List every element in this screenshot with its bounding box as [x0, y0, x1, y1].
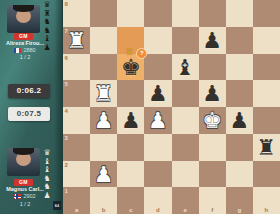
square-a2[interactable]: 2 — [63, 161, 90, 188]
square-d4[interactable]: ♟ — [144, 107, 171, 134]
square-h2[interactable] — [253, 161, 280, 188]
square-h4[interactable] — [253, 107, 280, 134]
square-f8[interactable] — [199, 0, 226, 27]
square-a7[interactable]: 7♜ — [63, 27, 90, 54]
chess-board[interactable]: 87♜♟6♚♕?♝5♜♟♟4♟♟♟♚♟3♜2♟1abcdefgh — [62, 0, 280, 214]
player-top-avatar — [7, 5, 40, 33]
file-label-h: h — [253, 207, 280, 214]
square-a6[interactable]: 6 — [63, 54, 90, 81]
file-label-e: e — [172, 207, 199, 214]
square-f3[interactable] — [199, 134, 226, 161]
player-top-score: 1 / 2 — [0, 54, 50, 60]
square-e8[interactable] — [172, 0, 199, 27]
file-label-d: d — [144, 207, 171, 214]
sidebar: GM Alireza Firou... 2880 1 / 2 ♛♜♞♞♝♟ 0:… — [0, 0, 62, 214]
chess24-64-logo: 64 — [53, 201, 61, 210]
square-d7[interactable] — [144, 27, 171, 54]
rank-label-8: 8 — [65, 1, 68, 7]
square-a8[interactable]: 8 — [63, 0, 90, 27]
file-label-c: c — [117, 207, 144, 214]
captured-pieces-tray-bottom: ♛♝♝♞♞♟ — [41, 149, 53, 201]
square-e1[interactable]: e — [172, 187, 199, 214]
black-pawn[interactable]: ♟ — [144, 80, 171, 107]
square-h3[interactable]: ♜ — [253, 134, 280, 161]
white-pawn[interactable]: ♟ — [144, 107, 171, 134]
player-bottom-rating: 2902 — [23, 193, 35, 199]
captured-piece-icon: ♟ — [43, 44, 50, 53]
white-king[interactable]: ♚ — [199, 107, 226, 134]
square-d2[interactable] — [144, 161, 171, 188]
square-f5[interactable]: ♟ — [199, 80, 226, 107]
black-rook[interactable]: ♜ — [253, 134, 280, 161]
square-c1[interactable]: c — [117, 187, 144, 214]
square-d3[interactable] — [144, 134, 171, 161]
square-e3[interactable] — [172, 134, 199, 161]
square-b7[interactable] — [90, 27, 117, 54]
captured-pieces-tray-top: ♛♜♞♞♝♟ — [41, 1, 53, 53]
file-label-a: a — [63, 207, 90, 214]
square-h1[interactable]: h — [253, 187, 280, 214]
square-b6[interactable] — [90, 54, 117, 81]
rank-label-7: 7 — [65, 28, 68, 34]
square-a4[interactable]: 4 — [63, 107, 90, 134]
square-e2[interactable] — [172, 161, 199, 188]
rank-label-6: 6 — [65, 55, 68, 61]
crown-icon: ♕ — [125, 46, 134, 57]
square-d6[interactable] — [144, 54, 171, 81]
white-pawn[interactable]: ♟ — [90, 107, 117, 134]
player-bottom-avatar — [7, 148, 40, 176]
square-c8[interactable] — [117, 0, 144, 27]
square-b3[interactable] — [90, 134, 117, 161]
square-f1[interactable]: f — [199, 187, 226, 214]
square-d5[interactable]: ♟ — [144, 80, 171, 107]
file-label-f: f — [199, 207, 226, 214]
square-b2[interactable]: ♟ — [90, 161, 117, 188]
square-g8[interactable] — [226, 0, 253, 27]
norway-flag-icon — [14, 194, 21, 199]
player-top-title-badge: GM — [14, 33, 33, 40]
white-rook[interactable]: ♜ — [90, 80, 117, 107]
clock-top-player: 0:06.2 — [8, 84, 50, 98]
rank-label-1: 1 — [65, 188, 68, 194]
square-d1[interactable]: d — [144, 187, 171, 214]
square-a5[interactable]: 5 — [63, 80, 90, 107]
square-e6[interactable]: ♝ — [172, 54, 199, 81]
rank-label-5: 5 — [65, 81, 68, 87]
clock-bottom-player: 0:07.5 — [8, 107, 50, 121]
square-f4[interactable]: ♚ — [199, 107, 226, 134]
square-b5[interactable]: ♜ — [90, 80, 117, 107]
square-a3[interactable]: 3 — [63, 134, 90, 161]
square-a1[interactable]: 1a — [63, 187, 90, 214]
square-g4[interactable]: ♟ — [226, 107, 253, 134]
square-h5[interactable] — [253, 80, 280, 107]
square-h8[interactable] — [253, 0, 280, 27]
square-c6[interactable]: ♚♕? — [117, 54, 144, 81]
square-e4[interactable] — [172, 107, 199, 134]
square-g2[interactable] — [226, 161, 253, 188]
black-bishop[interactable]: ♝ — [172, 54, 199, 81]
square-f2[interactable] — [199, 161, 226, 188]
square-b8[interactable] — [90, 0, 117, 27]
black-pawn[interactable]: ♟ — [117, 107, 144, 134]
rank-label-3: 3 — [65, 135, 68, 141]
square-e5[interactable] — [172, 80, 199, 107]
square-h6[interactable] — [253, 54, 280, 81]
player-bottom-score: 1 / 2 — [0, 201, 50, 207]
file-label-b: b — [90, 207, 117, 214]
square-b1[interactable]: b — [90, 187, 117, 214]
black-pawn[interactable]: ♟ — [199, 27, 226, 54]
square-c5[interactable] — [117, 80, 144, 107]
france-flag-icon — [14, 48, 21, 53]
square-c4[interactable]: ♟ — [117, 107, 144, 134]
rank-label-2: 2 — [65, 162, 68, 168]
black-pawn[interactable]: ♟ — [199, 80, 226, 107]
player-top-rating: 2880 — [23, 47, 35, 53]
square-e7[interactable] — [172, 27, 199, 54]
captured-piece-icon: ♟ — [43, 192, 50, 201]
square-g3[interactable] — [226, 134, 253, 161]
player-bottom-title-badge: GM — [14, 179, 33, 186]
square-c3[interactable] — [117, 134, 144, 161]
file-label-g: g — [226, 207, 253, 214]
black-pawn[interactable]: ♟ — [226, 107, 253, 134]
square-d8[interactable] — [144, 0, 171, 27]
square-g6[interactable] — [226, 54, 253, 81]
square-f6[interactable] — [199, 54, 226, 81]
square-g5[interactable] — [226, 80, 253, 107]
broadcast-window: GM Alireza Firou... 2880 1 / 2 ♛♜♞♞♝♟ 0:… — [0, 0, 280, 214]
white-pawn[interactable]: ♟ — [90, 161, 117, 188]
square-f7[interactable]: ♟ — [199, 27, 226, 54]
square-c2[interactable] — [117, 161, 144, 188]
square-h7[interactable] — [253, 27, 280, 54]
rank-label-4: 4 — [65, 108, 68, 114]
square-g7[interactable] — [226, 27, 253, 54]
square-g1[interactable]: g — [226, 187, 253, 214]
square-b4[interactable]: ♟ — [90, 107, 117, 134]
mistake-badge: ? — [136, 48, 147, 59]
